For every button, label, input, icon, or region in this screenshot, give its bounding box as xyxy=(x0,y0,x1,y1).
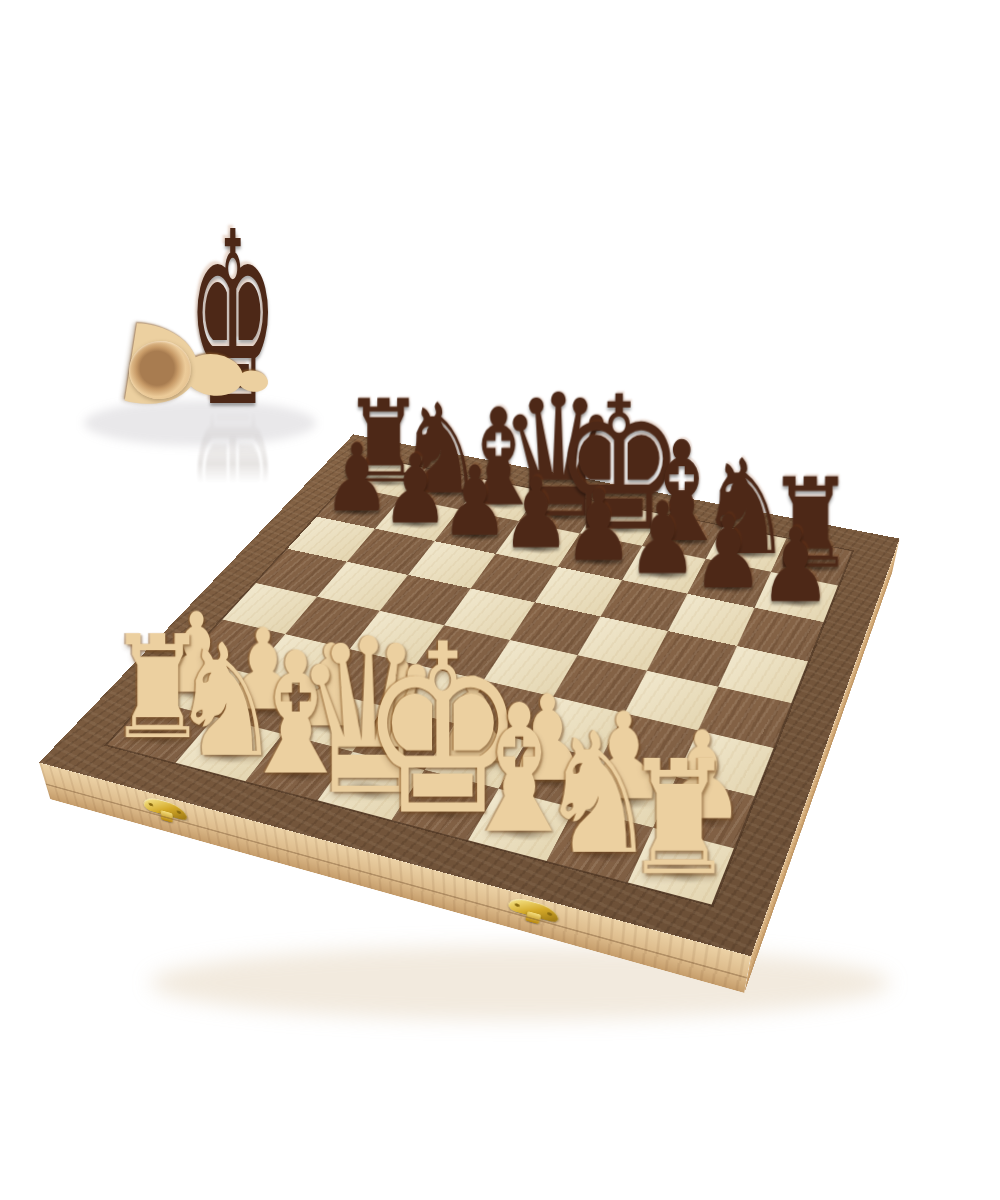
square-h6 xyxy=(737,608,823,661)
product-photo-scene: ♜♞♝♛♚♝♞♜♟♟♟♟♟♟♟♟♟♟♟♟♟♟♟♟♜♞♝♛♚♝♞♜ xyxy=(0,0,1000,1200)
brass-clasp-left-icon xyxy=(142,795,191,833)
square-h7: ♟ xyxy=(755,572,838,622)
square-h1: ♜ xyxy=(628,828,734,905)
clasp-plate xyxy=(509,895,559,923)
chess-board: ♜♞♝♛♚♝♞♜♟♟♟♟♟♟♟♟♟♟♟♟♟♟♟♟♜♞♝♛♚♝♞♜ xyxy=(39,434,899,956)
product-photo-page: { "description": "Overhead product photo… xyxy=(0,0,1000,1200)
brass-clasp-front-icon xyxy=(509,895,559,935)
clasp-plate xyxy=(142,795,188,822)
clasp-tongue xyxy=(161,810,173,823)
